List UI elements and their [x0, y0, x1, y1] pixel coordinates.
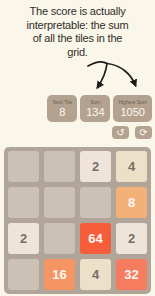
tile-64: 64: [80, 223, 111, 254]
annotation-line: interpretable: the sum: [2, 19, 153, 33]
annotation-line: The score is actually: [2, 5, 153, 19]
tile-2: 2: [80, 151, 111, 182]
empty-cell: [80, 187, 111, 218]
empty-cell: [44, 187, 75, 218]
tile-4: 4: [80, 259, 111, 290]
empty-cell: [8, 151, 39, 182]
tile-16: 16: [44, 259, 75, 290]
tile-8: 8: [116, 187, 147, 218]
sum-value: 134: [85, 106, 105, 119]
restart-button[interactable]: ⟳: [135, 126, 152, 139]
next-tile-label: Next Tile: [52, 99, 72, 106]
highest-sum-label: Highest Sum: [118, 99, 147, 106]
tile-4: 4: [116, 151, 147, 182]
restart-icon: ⟳: [139, 127, 147, 138]
highest-sum-box: Highest Sum 1050: [113, 95, 152, 122]
annotation-line: of all the tiles in the: [2, 32, 153, 46]
empty-cell: [44, 223, 75, 254]
undo-button[interactable]: ↺: [112, 126, 129, 139]
empty-cell: [44, 151, 75, 182]
tile-2: 2: [8, 223, 39, 254]
sum-box: Sum 134: [80, 95, 110, 122]
board-grid[interactable]: 248264216432: [4, 147, 151, 294]
empty-cell: [8, 187, 39, 218]
sum-label: Sum: [85, 99, 105, 106]
tile-2: 2: [116, 223, 147, 254]
app-screen: The score is actually interpretable: the…: [0, 0, 155, 296]
tile-32: 32: [116, 259, 147, 290]
next-tile-value: 8: [52, 106, 72, 119]
undo-icon: ↺: [116, 127, 124, 138]
control-buttons: ↺ ⟳: [112, 126, 152, 139]
annotation-text: The score is actually interpretable: the…: [2, 5, 153, 59]
empty-cell: [8, 259, 39, 290]
scoreboard: Next Tile 8 Sum 134 Highest Sum 1050: [47, 95, 152, 122]
highest-sum-value: 1050: [118, 106, 147, 119]
next-tile-box: Next Tile 8: [47, 95, 77, 122]
